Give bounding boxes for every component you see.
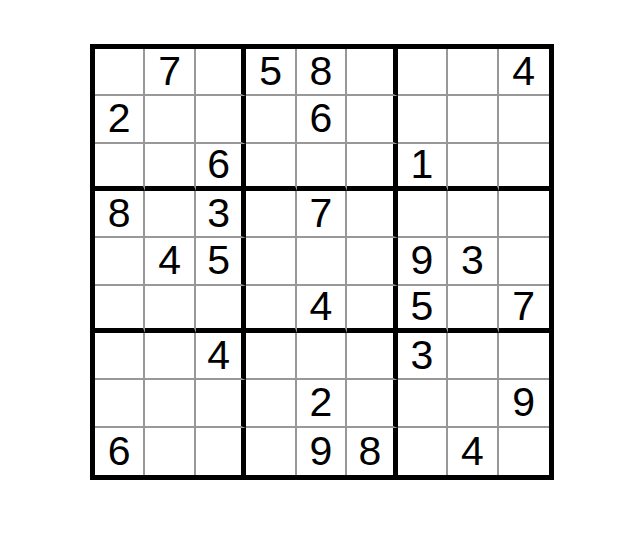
- cell-r4c9[interactable]: [499, 191, 549, 238]
- cell-r6c6[interactable]: [347, 286, 397, 333]
- cell-r7c4[interactable]: [246, 333, 296, 380]
- cell-r8c5[interactable]: 2: [297, 380, 347, 427]
- cell-digit: 1: [410, 144, 433, 185]
- cell-digit: 4: [158, 240, 181, 281]
- cell-digit: 2: [108, 98, 131, 139]
- cell-r6c8[interactable]: [448, 286, 498, 333]
- cell-digit: 3: [461, 240, 484, 281]
- cell-r5c4[interactable]: [246, 238, 296, 285]
- cell-r7c8[interactable]: [448, 333, 498, 380]
- cell-r2c8[interactable]: [448, 96, 498, 143]
- cell-r3c8[interactable]: [448, 144, 498, 191]
- cell-r2c7[interactable]: [398, 96, 448, 143]
- cell-r7c5[interactable]: [297, 333, 347, 380]
- cell-r1c3[interactable]: [196, 49, 246, 96]
- cell-r5c5[interactable]: [297, 238, 347, 285]
- cell-digit: 8: [108, 193, 131, 234]
- cell-r3c4[interactable]: [246, 144, 296, 191]
- cell-r8c1[interactable]: [95, 380, 145, 427]
- cell-r7c2[interactable]: [145, 333, 195, 380]
- cell-digit: 5: [259, 51, 282, 92]
- cell-r4c2[interactable]: [145, 191, 195, 238]
- cell-r7c1[interactable]: [95, 333, 145, 380]
- cell-digit: 4: [207, 335, 230, 376]
- cell-r1c4[interactable]: 5: [246, 49, 296, 96]
- cell-r4c5[interactable]: 7: [297, 191, 347, 238]
- cell-r2c3[interactable]: [196, 96, 246, 143]
- cell-r5c1[interactable]: [95, 238, 145, 285]
- cell-r8c4[interactable]: [246, 380, 296, 427]
- cell-r5c2[interactable]: 4: [145, 238, 195, 285]
- cell-r6c9[interactable]: 7: [499, 286, 549, 333]
- cell-r7c6[interactable]: [347, 333, 397, 380]
- cell-r8c6[interactable]: [347, 380, 397, 427]
- cell-digit: 6: [108, 431, 131, 472]
- cell-r1c9[interactable]: 4: [499, 49, 549, 96]
- cell-r9c7[interactable]: [398, 428, 448, 475]
- cell-r6c1[interactable]: [95, 286, 145, 333]
- cell-r8c2[interactable]: [145, 380, 195, 427]
- page: 75842661837459345743296984: [0, 0, 640, 540]
- cell-r9c3[interactable]: [196, 428, 246, 475]
- cell-r7c9[interactable]: [499, 333, 549, 380]
- cell-r1c5[interactable]: 8: [297, 49, 347, 96]
- cell-digit: 2: [310, 382, 333, 423]
- cell-r5c3[interactable]: 5: [196, 238, 246, 285]
- cell-digit: 7: [158, 51, 181, 92]
- cell-r6c7[interactable]: 5: [398, 286, 448, 333]
- cell-r4c1[interactable]: 8: [95, 191, 145, 238]
- cell-r1c2[interactable]: 7: [145, 49, 195, 96]
- cell-r7c7[interactable]: 3: [398, 333, 448, 380]
- cell-r8c8[interactable]: [448, 380, 498, 427]
- cell-r6c2[interactable]: [145, 286, 195, 333]
- cell-r2c5[interactable]: 6: [297, 96, 347, 143]
- cell-r6c5[interactable]: 4: [297, 286, 347, 333]
- cell-digit: 4: [310, 286, 333, 327]
- cell-r4c3[interactable]: 3: [196, 191, 246, 238]
- cell-r7c3[interactable]: 4: [196, 333, 246, 380]
- cell-digit: 8: [310, 51, 333, 92]
- cell-digit: 7: [512, 286, 535, 327]
- cell-r9c1[interactable]: 6: [95, 428, 145, 475]
- cell-digit: 5: [207, 240, 230, 281]
- cell-r1c7[interactable]: [398, 49, 448, 96]
- cell-r4c6[interactable]: [347, 191, 397, 238]
- cell-r8c9[interactable]: 9: [499, 380, 549, 427]
- cell-digit: 8: [359, 431, 382, 472]
- cell-r3c6[interactable]: [347, 144, 397, 191]
- cell-r3c7[interactable]: 1: [398, 144, 448, 191]
- cell-r8c7[interactable]: [398, 380, 448, 427]
- cell-digit: 9: [410, 240, 433, 281]
- cell-r1c1[interactable]: [95, 49, 145, 96]
- cell-r5c9[interactable]: [499, 238, 549, 285]
- sudoku-board: 75842661837459345743296984: [90, 44, 554, 480]
- cell-r5c8[interactable]: 3: [448, 238, 498, 285]
- cell-r1c6[interactable]: [347, 49, 397, 96]
- cell-digit: 3: [207, 193, 230, 234]
- cell-digit: 7: [310, 193, 333, 234]
- cell-r9c4[interactable]: [246, 428, 296, 475]
- cell-r5c6[interactable]: [347, 238, 397, 285]
- cell-r2c9[interactable]: [499, 96, 549, 143]
- cell-digit: 3: [410, 335, 433, 376]
- cell-digit: 5: [410, 286, 433, 327]
- cell-digit: 6: [310, 98, 333, 139]
- cell-r6c3[interactable]: [196, 286, 246, 333]
- cell-r9c2[interactable]: [145, 428, 195, 475]
- cell-r1c8[interactable]: [448, 49, 498, 96]
- cell-r2c2[interactable]: [145, 96, 195, 143]
- cell-r4c7[interactable]: [398, 191, 448, 238]
- cell-r2c4[interactable]: [246, 96, 296, 143]
- cell-r3c3[interactable]: 6: [196, 144, 246, 191]
- cell-r2c6[interactable]: [347, 96, 397, 143]
- cell-r4c8[interactable]: [448, 191, 498, 238]
- cell-r2c1[interactable]: 2: [95, 96, 145, 143]
- cell-r9c6[interactable]: 8: [347, 428, 397, 475]
- cell-digit: 4: [512, 51, 535, 92]
- cell-digit: 9: [512, 382, 535, 423]
- cell-r9c9[interactable]: [499, 428, 549, 475]
- cell-r3c1[interactable]: [95, 144, 145, 191]
- cell-r3c9[interactable]: [499, 144, 549, 191]
- cell-r8c3[interactable]: [196, 380, 246, 427]
- cell-r4c4[interactable]: [246, 191, 296, 238]
- cell-digit: 4: [461, 431, 484, 472]
- cell-r5c7[interactable]: 9: [398, 238, 448, 285]
- cell-r9c5[interactable]: 9: [297, 428, 347, 475]
- cell-r3c2[interactable]: [145, 144, 195, 191]
- cell-r9c8[interactable]: 4: [448, 428, 498, 475]
- cell-digit: 9: [310, 431, 333, 472]
- cell-r3c5[interactable]: [297, 144, 347, 191]
- cell-r6c4[interactable]: [246, 286, 296, 333]
- cell-digit: 6: [207, 144, 230, 185]
